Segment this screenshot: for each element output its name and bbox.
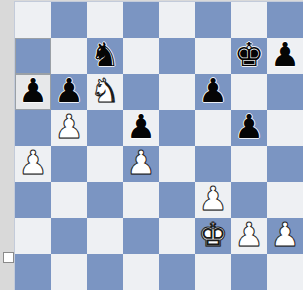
square-g2[interactable]: ♟ [231, 218, 267, 254]
corner-checkbox[interactable] [3, 252, 14, 263]
square-f2[interactable]: ♚ [195, 218, 231, 254]
square-f1[interactable] [195, 254, 231, 290]
square-d4[interactable]: ♟ [123, 146, 159, 182]
square-h3[interactable] [267, 182, 303, 218]
square-f3[interactable]: ♟ [195, 182, 231, 218]
square-d1[interactable] [123, 254, 159, 290]
piece-white-pawn[interactable]: ♟ [18, 145, 48, 181]
square-b8[interactable] [51, 2, 87, 38]
piece-white-pawn[interactable]: ♟ [126, 145, 156, 181]
square-c1[interactable] [87, 254, 123, 290]
piece-black-knight[interactable]: ♞ [90, 37, 120, 73]
square-h4[interactable] [267, 146, 303, 182]
square-f5[interactable] [195, 110, 231, 146]
square-d5[interactable]: ♟ [123, 110, 159, 146]
square-d3[interactable] [123, 182, 159, 218]
piece-black-pawn[interactable]: ♟ [270, 37, 300, 73]
square-f8[interactable] [195, 2, 231, 38]
square-f6[interactable]: ♟ [195, 74, 231, 110]
square-a4[interactable]: ♟ [15, 146, 51, 182]
piece-white-pawn[interactable]: ♟ [198, 181, 228, 217]
square-g5[interactable]: ♟ [231, 110, 267, 146]
square-b6[interactable]: ♟ [51, 74, 87, 110]
square-h2[interactable]: ♟ [267, 218, 303, 254]
piece-white-king[interactable]: ♚ [198, 217, 228, 253]
square-a8[interactable] [15, 2, 51, 38]
square-c8[interactable] [87, 2, 123, 38]
piece-black-pawn[interactable]: ♟ [126, 109, 156, 145]
square-e6[interactable] [159, 74, 195, 110]
square-e5[interactable] [159, 110, 195, 146]
square-a1[interactable] [15, 254, 51, 290]
square-c2[interactable] [87, 218, 123, 254]
square-c3[interactable] [87, 182, 123, 218]
square-e4[interactable] [159, 146, 195, 182]
square-h1[interactable] [267, 254, 303, 290]
chess-app-window: ♞♚♟♟♟♞♟♟♟♟♟♟♟♚♟♟ [0, 0, 303, 290]
square-b2[interactable] [51, 218, 87, 254]
square-f7[interactable] [195, 38, 231, 74]
square-a6[interactable]: ♟ [15, 74, 51, 110]
piece-white-knight[interactable]: ♞ [90, 73, 120, 109]
square-g4[interactable] [231, 146, 267, 182]
square-b5[interactable]: ♟ [51, 110, 87, 146]
square-h8[interactable] [267, 2, 303, 38]
piece-black-pawn[interactable]: ♟ [234, 109, 264, 145]
square-e1[interactable] [159, 254, 195, 290]
square-c5[interactable] [87, 110, 123, 146]
square-g3[interactable] [231, 182, 267, 218]
square-g6[interactable] [231, 74, 267, 110]
piece-white-pawn[interactable]: ♟ [54, 109, 84, 145]
square-a5[interactable] [15, 110, 51, 146]
square-e7[interactable] [159, 38, 195, 74]
square-g7[interactable]: ♚ [231, 38, 267, 74]
square-c7[interactable]: ♞ [87, 38, 123, 74]
square-h6[interactable] [267, 74, 303, 110]
piece-black-king[interactable]: ♚ [234, 37, 264, 73]
square-c4[interactable] [87, 146, 123, 182]
piece-white-pawn[interactable]: ♟ [270, 217, 300, 253]
square-e2[interactable] [159, 218, 195, 254]
piece-black-pawn[interactable]: ♟ [54, 73, 84, 109]
square-b7[interactable] [51, 38, 87, 74]
square-h7[interactable]: ♟ [267, 38, 303, 74]
square-b4[interactable] [51, 146, 87, 182]
piece-black-pawn[interactable]: ♟ [18, 73, 48, 109]
chess-board: ♞♚♟♟♟♞♟♟♟♟♟♟♟♚♟♟ [15, 2, 303, 290]
square-d6[interactable] [123, 74, 159, 110]
square-d8[interactable] [123, 2, 159, 38]
square-f4[interactable] [195, 146, 231, 182]
square-h5[interactable] [267, 110, 303, 146]
square-g8[interactable] [231, 2, 267, 38]
square-e8[interactable] [159, 2, 195, 38]
square-d2[interactable] [123, 218, 159, 254]
square-c6[interactable]: ♞ [87, 74, 123, 110]
square-b3[interactable] [51, 182, 87, 218]
square-e3[interactable] [159, 182, 195, 218]
square-a3[interactable] [15, 182, 51, 218]
square-a2[interactable] [15, 218, 51, 254]
square-a7[interactable] [15, 38, 51, 74]
square-g1[interactable] [231, 254, 267, 290]
square-b1[interactable] [51, 254, 87, 290]
piece-black-pawn[interactable]: ♟ [198, 73, 228, 109]
piece-white-pawn[interactable]: ♟ [234, 217, 264, 253]
square-d7[interactable] [123, 38, 159, 74]
